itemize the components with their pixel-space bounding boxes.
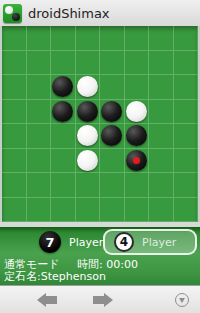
overflow-menu-icon [175,293,189,307]
board-cell-h6[interactable] [174,149,199,174]
black-score-disc: 7 [39,231,61,253]
board-cell-e1[interactable] [100,26,125,51]
board-cell-f2[interactable] [125,51,150,76]
board-cell-a5[interactable] [2,124,27,149]
board-cell-c8[interactable] [51,198,76,223]
black-disc [77,101,98,122]
icon-black-disc [12,13,20,21]
board-cell-g6[interactable] [149,149,174,174]
board-cell-a6[interactable] [2,149,27,174]
opening-name-label: 定石名:Stephenson [4,270,106,283]
board-cell-e3[interactable] [100,75,125,100]
black-player-score: 7 Player [39,231,103,253]
board-cell-f6[interactable] [125,149,150,174]
board-cell-a3[interactable] [2,75,27,100]
board-cell-b5[interactable] [27,124,52,149]
icon-white-disc [5,6,13,14]
board-cell-e4[interactable] [100,100,125,125]
board-cell-h3[interactable] [174,75,199,100]
app-icon [3,4,22,23]
board-cell-a1[interactable] [2,26,27,51]
board-cell-g4[interactable] [149,100,174,125]
white-disc [77,125,98,146]
board-cell-c6[interactable] [51,149,76,174]
board-cell-b3[interactable] [27,75,52,100]
board-cell-a4[interactable] [2,100,27,125]
white-disc [126,101,147,122]
black-disc [52,101,73,122]
board-cell-b8[interactable] [27,198,52,223]
board-cell-f4[interactable] [125,100,150,125]
board-cell-f7[interactable] [125,173,150,198]
board-cell-c2[interactable] [51,51,76,76]
board-cell-b1[interactable] [27,26,52,51]
app-title: droidShimax [28,6,110,21]
black-disc [101,125,122,146]
board-cell-g3[interactable] [149,75,174,100]
white-score-disc: 4 [114,232,134,252]
black-disc [101,101,122,122]
score-panel: 7 Player 4 Player 通常モード 時間: 00:00 定石名:St… [0,227,200,285]
board-cell-g8[interactable] [149,198,174,223]
board-cell-e7[interactable] [100,173,125,198]
board-cell-d6[interactable] [76,149,101,174]
board-cell-h2[interactable] [174,51,199,76]
back-button[interactable] [29,286,65,313]
forward-button[interactable] [84,286,120,313]
bottom-bar [0,285,200,313]
board-cell-c7[interactable] [51,173,76,198]
status-line: 通常モード 時間: 00:00 [0,257,200,269]
board-cell-c1[interactable] [51,26,76,51]
board-cell-g5[interactable] [149,124,174,149]
black-disc [126,125,147,146]
board-cell-a2[interactable] [2,51,27,76]
board-cell-d2[interactable] [76,51,101,76]
board-cell-g2[interactable] [149,51,174,76]
back-arrow-icon [37,293,58,307]
white-disc-count: 4 [120,235,128,249]
board-cell-e5[interactable] [100,124,125,149]
app-screen: droidShimax 7 Player 4 Player 通常モード 時間: … [0,0,200,313]
board-cell-h5[interactable] [174,124,199,149]
board-cell-a7[interactable] [2,173,27,198]
board-cell-h7[interactable] [174,173,199,198]
overflow-menu-button[interactable] [170,286,194,313]
black-disc [52,76,73,97]
board-cell-h4[interactable] [174,100,199,125]
othello-board [0,26,200,222]
board-cell-d1[interactable] [76,26,101,51]
board-cell-c3[interactable] [51,75,76,100]
board-cell-e8[interactable] [100,198,125,223]
board-cell-f5[interactable] [125,124,150,149]
black-player-label: Player [69,236,103,249]
board-cell-h1[interactable] [174,26,199,51]
board-cell-e6[interactable] [100,149,125,174]
board-cell-c5[interactable] [51,124,76,149]
board-cell-b6[interactable] [27,149,52,174]
board-cell-d3[interactable] [76,75,101,100]
forward-arrow-icon [92,293,113,307]
board-cell-b2[interactable] [27,51,52,76]
board-cell-b4[interactable] [27,100,52,125]
title-bar: droidShimax [0,0,200,26]
black-disc [126,150,147,171]
board-cell-d5[interactable] [76,124,101,149]
white-player-label: Player [142,236,176,249]
opening-line: 定石名:Stephenson [4,269,106,284]
white-disc [77,76,98,97]
board-cell-g7[interactable] [149,173,174,198]
board-cell-d7[interactable] [76,173,101,198]
black-disc-count: 7 [45,235,54,250]
white-disc [77,150,98,171]
white-player-score-highlighted: 4 Player [103,229,197,255]
board-cell-d4[interactable] [76,100,101,125]
last-move-marker [133,157,140,164]
board-cell-f1[interactable] [125,26,150,51]
board-cell-b7[interactable] [27,173,52,198]
board-cell-h8[interactable] [174,198,199,223]
board-cell-a8[interactable] [2,198,27,223]
board-cell-e2[interactable] [100,51,125,76]
board-cell-f3[interactable] [125,75,150,100]
board-cell-f8[interactable] [125,198,150,223]
board-cell-c4[interactable] [51,100,76,125]
board-cell-d8[interactable] [76,198,101,223]
board-cell-g1[interactable] [149,26,174,51]
